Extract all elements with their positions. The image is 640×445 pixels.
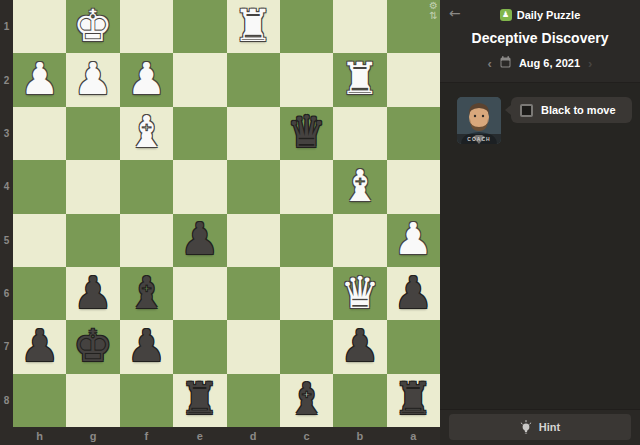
- square-a3[interactable]: [387, 107, 440, 160]
- hint-button[interactable]: Hint: [449, 414, 631, 440]
- square-e2[interactable]: [173, 53, 226, 106]
- square-c2[interactable]: [280, 53, 333, 106]
- square-d7[interactable]: [227, 320, 280, 373]
- rank-label-3: 3: [0, 107, 13, 160]
- square-d8[interactable]: [227, 374, 280, 427]
- board-area: 12345678 ⚙ ⇅ ♚♜♟♟♟♜♝♛♝♟♟♟♝♛♟♟♚♟♟♜♝♜ hgfe…: [0, 0, 440, 445]
- square-h5[interactable]: [13, 214, 66, 267]
- back-arrow-icon[interactable]: ←: [449, 6, 461, 20]
- previous-puzzle-chevron[interactable]: ‹: [488, 58, 492, 69]
- hint-label: Hint: [539, 421, 560, 433]
- chess-board: ⚙ ⇅ ♚♜♟♟♟♜♝♛♝♟♟♟♝♛♟♟♚♟♟♜♝♜: [13, 0, 440, 427]
- square-b4[interactable]: ♝: [333, 160, 386, 213]
- square-a7[interactable]: [387, 320, 440, 373]
- white-rook-d1[interactable]: ♜: [227, 0, 280, 52]
- square-h7[interactable]: ♟: [13, 320, 66, 373]
- square-e6[interactable]: [173, 267, 226, 320]
- black-pawn-g6[interactable]: ♟: [66, 266, 119, 319]
- black-pawn-b7[interactable]: ♟: [333, 319, 386, 372]
- square-c4[interactable]: [280, 160, 333, 213]
- square-f1[interactable]: [120, 0, 173, 53]
- square-b1[interactable]: [333, 0, 386, 53]
- flip-board-icon[interactable]: ⇅: [429, 11, 437, 21]
- square-d2[interactable]: [227, 53, 280, 106]
- square-e1[interactable]: [173, 0, 226, 53]
- square-e5[interactable]: ♟: [173, 214, 226, 267]
- square-c3[interactable]: ♛: [280, 107, 333, 160]
- rank-label-8: 8: [0, 374, 13, 427]
- square-c6[interactable]: [280, 267, 333, 320]
- white-bishop-b4[interactable]: ♝: [333, 159, 386, 212]
- black-bishop-c8[interactable]: ♝: [280, 373, 333, 426]
- square-g8[interactable]: [66, 374, 119, 427]
- puzzle-footer: Hint: [440, 409, 640, 445]
- square-f8[interactable]: [120, 374, 173, 427]
- black-pawn-h7[interactable]: ♟: [13, 319, 66, 372]
- square-g7[interactable]: ♚: [66, 320, 119, 373]
- square-b3[interactable]: [333, 107, 386, 160]
- square-c8[interactable]: ♝: [280, 374, 333, 427]
- black-king-g7[interactable]: ♚: [66, 319, 119, 372]
- black-queen-c3[interactable]: ♛: [280, 106, 333, 159]
- square-g6[interactable]: ♟: [66, 267, 119, 320]
- black-pawn-e5[interactable]: ♟: [173, 213, 226, 266]
- file-label-d: d: [227, 427, 280, 445]
- square-f4[interactable]: [120, 160, 173, 213]
- square-h3[interactable]: [13, 107, 66, 160]
- square-f6[interactable]: ♝: [120, 267, 173, 320]
- white-pawn-g2[interactable]: ♟: [66, 52, 119, 105]
- square-f3[interactable]: ♝: [120, 107, 173, 160]
- file-label-b: b: [333, 427, 386, 445]
- white-rook-b2[interactable]: ♜: [333, 52, 386, 105]
- rank-label-2: 2: [0, 53, 13, 106]
- square-b2[interactable]: ♜: [333, 53, 386, 106]
- coach-label: COACH: [457, 134, 501, 144]
- white-bishop-f3[interactable]: ♝: [120, 106, 173, 159]
- square-h2[interactable]: ♟: [13, 53, 66, 106]
- square-g2[interactable]: ♟: [66, 53, 119, 106]
- square-h6[interactable]: [13, 267, 66, 320]
- square-f5[interactable]: [120, 214, 173, 267]
- puzzle-title: Deceptive Discovery: [448, 30, 632, 46]
- square-d5[interactable]: [227, 214, 280, 267]
- app-title-row: ♟ Daily Puzzle: [448, 7, 632, 22]
- square-c7[interactable]: [280, 320, 333, 373]
- lightbulb-icon: [520, 420, 532, 435]
- rank-labels: 12345678: [0, 0, 13, 427]
- black-pawn-f7[interactable]: ♟: [120, 319, 173, 372]
- square-d1[interactable]: ♜: [227, 0, 280, 53]
- square-h4[interactable]: [13, 160, 66, 213]
- file-label-a: a: [387, 427, 440, 445]
- coach-speech-bubble: Black to move: [511, 97, 632, 123]
- file-label-e: e: [173, 427, 226, 445]
- puzzle-header: ← ♟ Daily Puzzle Deceptive Discovery ‹ A…: [440, 0, 640, 83]
- square-b7[interactable]: ♟: [333, 320, 386, 373]
- white-pawn-a5[interactable]: ♟: [387, 213, 440, 266]
- file-label-c: c: [280, 427, 333, 445]
- black-bishop-f6[interactable]: ♝: [120, 266, 173, 319]
- square-a4[interactable]: [387, 160, 440, 213]
- rank-label-6: 6: [0, 267, 13, 320]
- sidebar-spacer: [440, 144, 640, 409]
- square-d6[interactable]: [227, 267, 280, 320]
- white-king-g1[interactable]: ♚: [66, 0, 119, 52]
- square-b8[interactable]: [333, 374, 386, 427]
- black-pawn-a6[interactable]: ♟: [387, 266, 440, 319]
- square-g3[interactable]: [66, 107, 119, 160]
- rank-label-5: 5: [0, 214, 13, 267]
- board-corner-icons: ⚙ ⇅: [429, 1, 438, 21]
- app-title: Daily Puzzle: [517, 9, 581, 21]
- file-label-h: h: [13, 427, 66, 445]
- square-a5[interactable]: ♟: [387, 214, 440, 267]
- square-d4[interactable]: [227, 160, 280, 213]
- file-label-g: g: [66, 427, 119, 445]
- date-navigation: ‹ Aug 6, 2021 ›: [448, 54, 632, 72]
- rank-label-4: 4: [0, 160, 13, 213]
- square-c1[interactable]: [280, 0, 333, 53]
- rank-label-1: 1: [0, 0, 13, 53]
- square-b5[interactable]: [333, 214, 386, 267]
- to-move-text: Black to move: [541, 104, 616, 116]
- square-h8[interactable]: [13, 374, 66, 427]
- daily-puzzle-app: 12345678 ⚙ ⇅ ♚♜♟♟♟♜♝♛♝♟♟♟♝♛♟♟♚♟♟♜♝♜ hgfe…: [0, 0, 640, 445]
- square-a6[interactable]: ♟: [387, 267, 440, 320]
- square-f7[interactable]: ♟: [120, 320, 173, 373]
- coach-row: COACH Black to move: [440, 83, 640, 144]
- square-e3[interactable]: [173, 107, 226, 160]
- black-to-move-indicator-icon: [520, 104, 533, 117]
- file-label-f: f: [120, 427, 173, 445]
- square-c5[interactable]: [280, 214, 333, 267]
- daily-puzzle-icon: ♟: [500, 9, 512, 21]
- white-pawn-f2[interactable]: ♟: [120, 52, 173, 105]
- black-rook-e8[interactable]: ♜: [173, 373, 226, 426]
- square-b6[interactable]: ♛: [333, 267, 386, 320]
- square-g4[interactable]: [66, 160, 119, 213]
- white-pawn-h2[interactable]: ♟: [13, 52, 66, 105]
- square-f2[interactable]: ♟: [120, 53, 173, 106]
- square-h1[interactable]: [13, 0, 66, 53]
- puzzle-date[interactable]: Aug 6, 2021: [519, 57, 580, 69]
- square-g1[interactable]: ♚: [66, 0, 119, 53]
- black-rook-a8[interactable]: ♜: [387, 373, 440, 426]
- next-puzzle-chevron[interactable]: ›: [588, 58, 592, 69]
- white-queen-b6[interactable]: ♛: [333, 266, 386, 319]
- daily-puzzle-panel: ← ♟ Daily Puzzle Deceptive Discovery ‹ A…: [440, 0, 640, 445]
- square-e4[interactable]: [173, 160, 226, 213]
- file-labels: hgfedcba: [13, 427, 440, 445]
- square-g5[interactable]: [66, 214, 119, 267]
- square-a2[interactable]: [387, 53, 440, 106]
- square-a8[interactable]: ♜: [387, 374, 440, 427]
- square-e8[interactable]: ♜: [173, 374, 226, 427]
- square-d3[interactable]: [227, 107, 280, 160]
- square-e7[interactable]: [173, 320, 226, 373]
- coach-avatar: COACH: [457, 97, 501, 144]
- calendar-icon[interactable]: [500, 54, 511, 72]
- rank-label-7: 7: [0, 320, 13, 373]
